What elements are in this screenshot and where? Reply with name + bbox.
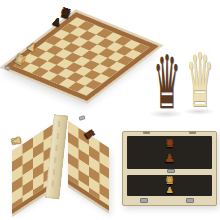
chess-set-product-collage: ♜♞♝♛♚♝♞♜ ♟♟♟♟♟♟♟♟ ♟♟♟♟♟♟♟♟ ♜♞♝♛♚♝♞♜ ♛ ♛ …: [0, 0, 220, 220]
hinge-plate-icon: [167, 169, 175, 173]
box-tray-felt: ♜♞♝♛♚♝♞♜ ♟♟♟♟♟♟♟♟: [127, 175, 212, 196]
black-piece-glyph: ♜: [165, 139, 174, 149]
wood-grain: [51, 121, 60, 191]
hinge-icon: [189, 131, 196, 134]
hinge-icon: [4, 65, 10, 71]
white-pawn-glyph: ♟: [166, 187, 173, 195]
latch-icon: [186, 198, 194, 203]
latch-icon: [140, 198, 148, 203]
white-piece-glyph: ♜: [165, 176, 174, 186]
black-pawn-glyph: ♟: [165, 153, 175, 164]
dark-wood-piece: ♛: [151, 50, 182, 116]
photo-storage-box: ♜♞♝♛♚♝♞♜ ♟♟♟♟♟♟♟♟ ♜♞♝♛♚♝♞♜ ♟♟♟♟♟♟♟♟: [122, 131, 217, 206]
photo-folded-board: ♟♜♞♝♛♞♜♟ ♟♜♞♝♛♞♜♟: [5, 113, 117, 220]
box-lid-felt: ♜♞♝♛♚♝♞♜ ♟♟♟♟♟♟♟♟: [127, 136, 212, 169]
white-piece-glyph: ♟: [12, 135, 22, 146]
hinge-icon: [143, 131, 150, 134]
light-wood-piece: ♛: [184, 48, 215, 114]
